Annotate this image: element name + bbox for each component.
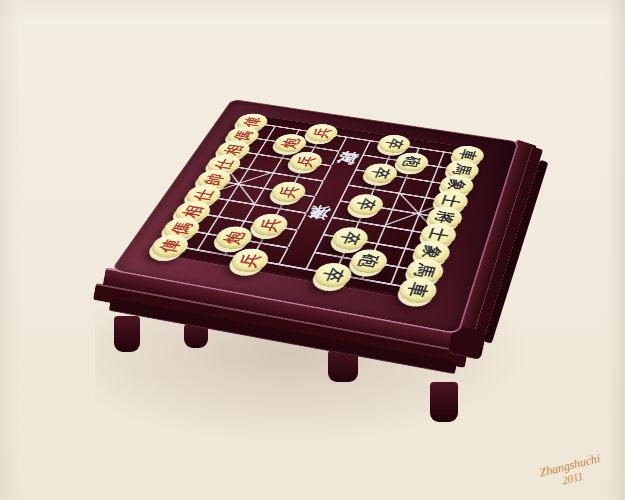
piece-black-soldier[interactable]: 卒 <box>345 192 386 217</box>
piece-character: 卒 <box>361 161 401 184</box>
table-leg-right <box>430 382 458 422</box>
piece-red-soldier[interactable]: 兵 <box>248 212 292 238</box>
artist-signature: Zhangshuchi 2011 <box>538 447 622 492</box>
piece-character: 兵 <box>286 150 326 173</box>
piece-black-cannon[interactable]: 砲 <box>347 247 391 275</box>
piece-red-soldier[interactable]: 兵 <box>268 180 310 204</box>
piece-character: 卒 <box>345 192 386 217</box>
xiangqi-board: 楚河 漢界 俥兵卒車傌炮砲馬相兵卒象仕士帥兵卒將仕士相兵卒象傌炮砲馬俥兵卒車 <box>170 122 468 290</box>
piece-black-soldier[interactable]: 卒 <box>361 161 401 184</box>
piece-character: 砲 <box>347 247 391 275</box>
piece-red-soldier[interactable]: 兵 <box>286 150 326 173</box>
painting-canvas: 楚河 漢界 俥兵卒車傌炮砲馬相兵卒象仕士帥兵卒將仕士相兵卒象傌炮砲馬俥兵卒車 Z… <box>0 0 625 500</box>
piece-character: 兵 <box>268 180 310 204</box>
table-leg-left <box>114 316 140 352</box>
piece-character: 兵 <box>248 212 292 238</box>
